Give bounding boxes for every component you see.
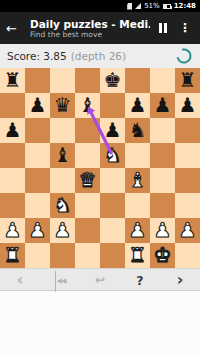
square-c1[interactable] bbox=[50, 243, 75, 268]
previous-move-button[interactable]: ‹ bbox=[0, 269, 40, 290]
black-pawn-h7: ♟ bbox=[175, 93, 200, 118]
square-b1[interactable] bbox=[25, 243, 50, 268]
square-a3[interactable] bbox=[0, 193, 25, 218]
skip-to-start-icon: ◀◀ bbox=[55, 271, 66, 292]
square-a7[interactable] bbox=[0, 93, 25, 118]
black-bishop-c5: ♝ bbox=[50, 143, 75, 168]
black-knight-f6: ♞ bbox=[125, 118, 150, 143]
square-g8[interactable] bbox=[150, 68, 175, 93]
skip-to-start-button[interactable]: ◀◀ bbox=[40, 267, 80, 292]
status-bar: 51% 12:48 bbox=[0, 0, 200, 12]
square-a4[interactable] bbox=[0, 168, 25, 193]
square-f7[interactable]: ♟ bbox=[125, 93, 150, 118]
black-pawn-a6: ♟ bbox=[0, 118, 25, 143]
square-a6[interactable]: ♟ bbox=[0, 118, 25, 143]
engine-depth: (depth 26) bbox=[71, 50, 126, 62]
square-g3[interactable] bbox=[150, 193, 175, 218]
square-f6[interactable]: ♞ bbox=[125, 118, 150, 143]
square-e3[interactable] bbox=[100, 193, 125, 218]
black-king-e8: ♚ bbox=[100, 68, 125, 93]
black-queen-c7: ♛ bbox=[50, 93, 75, 118]
square-b7[interactable]: ♟ bbox=[25, 93, 50, 118]
white-pawn-f2: ♟ bbox=[125, 218, 150, 243]
black-bishop-d7: ♝ bbox=[75, 93, 100, 118]
white-knight-c3: ♞ bbox=[50, 193, 75, 218]
white-pawn-h2: ♟ bbox=[175, 218, 200, 243]
title-block: Daily puzzles - Medi… Find the best move bbox=[30, 18, 150, 39]
signal-strength-icon bbox=[135, 3, 141, 9]
square-f8[interactable] bbox=[125, 68, 150, 93]
engine-thinking-spinner bbox=[175, 47, 193, 65]
square-f5[interactable] bbox=[125, 143, 150, 168]
square-f2[interactable]: ♟ bbox=[125, 218, 150, 243]
black-rook-h8: ♜ bbox=[175, 68, 200, 93]
black-rook-a8: ♜ bbox=[0, 68, 25, 93]
square-g2[interactable]: ♟ bbox=[150, 218, 175, 243]
battery-percent: 51% bbox=[144, 2, 160, 10]
white-pawn-c2: ♟ bbox=[50, 218, 75, 243]
page-title: Daily puzzles - Medi… bbox=[30, 18, 150, 30]
white-knight-e5: ♞ bbox=[100, 143, 125, 168]
hint-button[interactable]: ? bbox=[120, 269, 160, 291]
undo-move-button[interactable]: ↩ bbox=[80, 268, 120, 291]
square-b8[interactable] bbox=[25, 68, 50, 93]
square-b3[interactable] bbox=[25, 193, 50, 218]
next-move-button[interactable]: › bbox=[160, 269, 200, 290]
black-pawn-b7: ♟ bbox=[25, 93, 50, 118]
black-pawn-g7: ♟ bbox=[150, 93, 175, 118]
square-h4[interactable] bbox=[175, 168, 200, 193]
black-pawn-e6: ♟ bbox=[100, 118, 125, 143]
square-h2[interactable]: ♟ bbox=[175, 218, 200, 243]
app-bar: ← Daily puzzles - Medi… Find the best mo… bbox=[0, 12, 200, 44]
black-pawn-f7: ♟ bbox=[125, 93, 150, 118]
square-e4[interactable] bbox=[100, 168, 125, 193]
square-c5[interactable]: ♝ bbox=[50, 143, 75, 168]
square-a8[interactable]: ♜ bbox=[0, 68, 25, 93]
square-h1[interactable] bbox=[175, 243, 200, 268]
square-c3[interactable]: ♞ bbox=[50, 193, 75, 218]
square-c4[interactable] bbox=[50, 168, 75, 193]
engine-score-bar: Score: 3.85 (depth 26) bbox=[0, 44, 200, 68]
square-b4[interactable] bbox=[25, 168, 50, 193]
square-e2[interactable] bbox=[100, 218, 125, 243]
square-d3[interactable] bbox=[75, 193, 100, 218]
square-c2[interactable]: ♟ bbox=[50, 218, 75, 243]
chevron-left-icon: ‹ bbox=[17, 269, 24, 290]
square-e5[interactable]: ♞ bbox=[100, 143, 125, 168]
square-c7[interactable]: ♛ bbox=[50, 93, 75, 118]
battery-icon bbox=[163, 4, 171, 9]
square-h3[interactable] bbox=[175, 193, 200, 218]
square-b6[interactable] bbox=[25, 118, 50, 143]
move-list-panel bbox=[0, 291, 200, 355]
white-bishop-f4: ♝ bbox=[125, 168, 150, 193]
square-g5[interactable] bbox=[150, 143, 175, 168]
square-h6[interactable] bbox=[175, 118, 200, 143]
square-e7[interactable] bbox=[100, 93, 125, 118]
square-f1[interactable]: ♜ bbox=[125, 243, 150, 268]
square-g7[interactable]: ♟ bbox=[150, 93, 175, 118]
square-a2[interactable]: ♟ bbox=[0, 218, 25, 243]
square-a5[interactable] bbox=[0, 143, 25, 168]
square-h8[interactable]: ♜ bbox=[175, 68, 200, 93]
square-e8[interactable]: ♚ bbox=[100, 68, 125, 93]
engine-score: Score: 3.85 bbox=[7, 50, 67, 62]
square-f3[interactable] bbox=[125, 193, 150, 218]
white-pawn-a2: ♟ bbox=[0, 218, 25, 243]
square-d6[interactable] bbox=[75, 118, 100, 143]
square-b2[interactable]: ♟ bbox=[25, 218, 50, 243]
square-b5[interactable] bbox=[25, 143, 50, 168]
square-d2[interactable] bbox=[75, 218, 100, 243]
board-area: ♜♚♜♟♛♝♟♟♟♟♟♞♝♞♛♝♞♟♟♟♟♟♟♜♜♚ bbox=[0, 68, 200, 268]
square-d4[interactable]: ♛ bbox=[75, 168, 100, 193]
square-e1[interactable] bbox=[100, 243, 125, 268]
undo-icon: ↩ bbox=[95, 270, 105, 291]
square-d7[interactable]: ♝ bbox=[75, 93, 100, 118]
square-g1[interactable]: ♚ bbox=[150, 243, 175, 268]
page-subtitle: Find the best move bbox=[30, 30, 150, 39]
square-a1[interactable]: ♜ bbox=[0, 243, 25, 268]
question-mark-icon: ? bbox=[136, 270, 143, 291]
white-rook-a1: ♜ bbox=[0, 243, 25, 268]
overflow-menu-icon[interactable]: ⋮ bbox=[176, 21, 194, 35]
square-f4[interactable]: ♝ bbox=[125, 168, 150, 193]
white-pawn-b2: ♟ bbox=[25, 218, 50, 243]
chevron-right-icon: › bbox=[177, 269, 184, 290]
bottom-toolbar: ‹ ◀◀ ↩ ? › bbox=[0, 268, 200, 291]
square-g4[interactable] bbox=[150, 168, 175, 193]
clock-text: 12:48 bbox=[174, 2, 196, 10]
pause-button[interactable] bbox=[159, 23, 167, 33]
square-d1[interactable] bbox=[75, 243, 100, 268]
white-queen-d4: ♛ bbox=[75, 168, 100, 193]
white-king-g1: ♚ bbox=[150, 243, 175, 268]
square-e6[interactable]: ♟ bbox=[100, 118, 125, 143]
square-h7[interactable]: ♟ bbox=[175, 93, 200, 118]
square-d8[interactable] bbox=[75, 68, 100, 93]
pause-icon bbox=[159, 23, 162, 33]
chess-board: ♜♚♜♟♛♝♟♟♟♟♟♞♝♞♛♝♞♟♟♟♟♟♟♜♜♚ bbox=[0, 68, 200, 268]
square-c6[interactable] bbox=[50, 118, 75, 143]
square-d5[interactable] bbox=[75, 143, 100, 168]
white-pawn-g2: ♟ bbox=[150, 218, 175, 243]
square-g6[interactable] bbox=[150, 118, 175, 143]
white-rook-f1: ♜ bbox=[125, 243, 150, 268]
sim-alert-icon bbox=[127, 3, 132, 10]
back-arrow-icon[interactable]: ← bbox=[6, 21, 26, 36]
square-h5[interactable] bbox=[175, 143, 200, 168]
square-c8[interactable] bbox=[50, 68, 75, 93]
